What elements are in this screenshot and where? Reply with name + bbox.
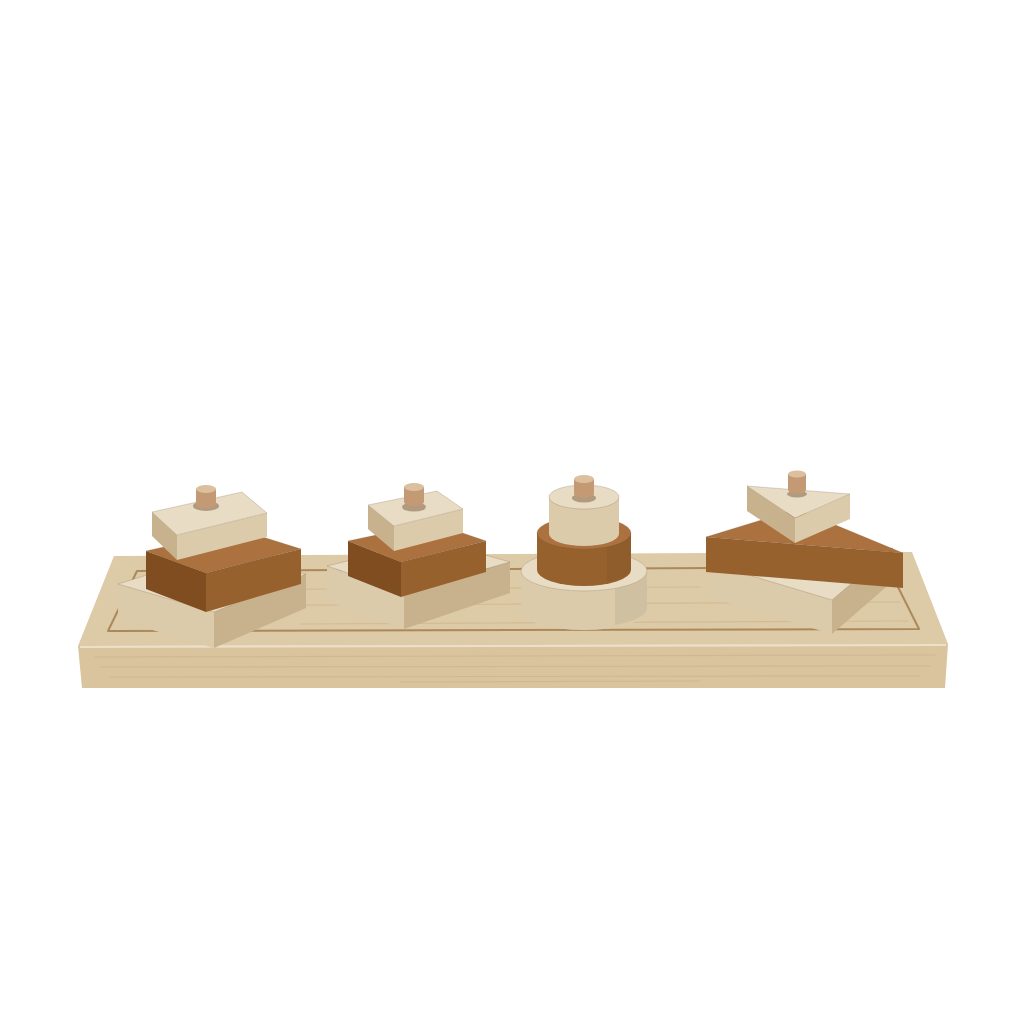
peg-tip (788, 471, 806, 478)
peg-dowel-1 (196, 485, 216, 508)
peg-dowel-3 (574, 475, 594, 498)
toy-scene (0, 0, 1024, 1024)
peg-tip (196, 485, 216, 493)
peg-dowel-4 (788, 471, 806, 494)
peg-dowel-2 (404, 483, 424, 506)
peg-stack-circles (521, 475, 647, 630)
stacking-toy-product-photo (0, 0, 1024, 1024)
peg-tip (574, 475, 594, 483)
peg-tip (404, 483, 424, 491)
